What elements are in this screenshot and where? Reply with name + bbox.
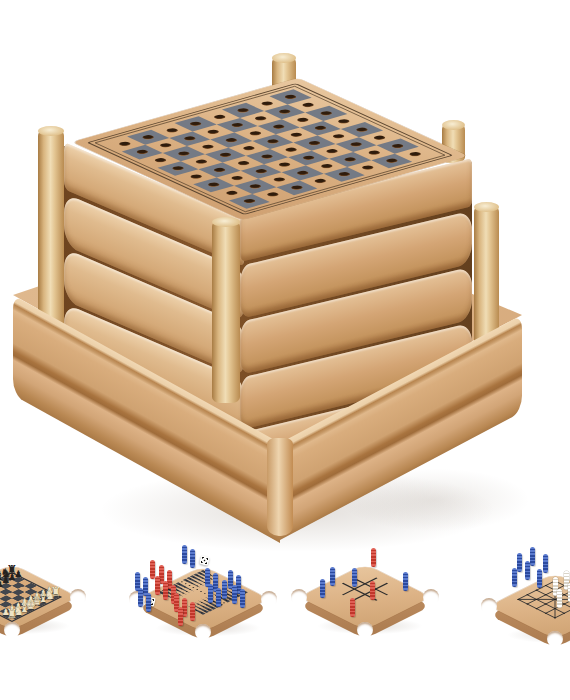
peg-red bbox=[150, 560, 155, 579]
peg-hole bbox=[211, 114, 227, 120]
peg-hole bbox=[170, 166, 186, 172]
tictactoe-pegs-layer bbox=[272, 538, 482, 700]
peg-hole bbox=[360, 165, 376, 171]
peg-hole bbox=[277, 109, 293, 115]
peg-hole bbox=[289, 132, 305, 138]
peg-hole bbox=[206, 182, 222, 188]
peg-hole bbox=[247, 131, 263, 137]
peg-hole bbox=[212, 167, 228, 173]
peg-hole bbox=[271, 124, 287, 130]
peg-hole bbox=[277, 162, 293, 168]
peg-hole bbox=[242, 198, 258, 204]
chess-piece-white-r: ♜ bbox=[7, 608, 18, 620]
peg-hole bbox=[253, 116, 269, 122]
peg-blue bbox=[208, 584, 213, 603]
peg-hole bbox=[229, 122, 245, 128]
peg-hole bbox=[117, 141, 133, 147]
peg-hole bbox=[265, 139, 281, 145]
peg-hole bbox=[182, 136, 198, 142]
peg-blue bbox=[216, 588, 221, 607]
peg-blue bbox=[190, 549, 195, 568]
peg-red bbox=[350, 598, 355, 617]
peg-red bbox=[371, 548, 376, 567]
peg-hole bbox=[188, 121, 204, 127]
thumb-netgame bbox=[465, 542, 570, 700]
peg-hole bbox=[295, 117, 311, 123]
peg-hole bbox=[164, 128, 180, 134]
thumb-tictactoe bbox=[272, 538, 482, 700]
peg-hole bbox=[200, 144, 216, 150]
peg-hole bbox=[354, 127, 370, 133]
peg-blue bbox=[146, 593, 151, 612]
peg-hole bbox=[384, 158, 400, 164]
peg-hole bbox=[366, 150, 382, 156]
peg-red bbox=[163, 581, 168, 600]
peg-blue bbox=[330, 567, 335, 586]
peg-hole bbox=[253, 169, 269, 175]
peg-hole bbox=[265, 192, 281, 198]
peg-hole bbox=[312, 125, 328, 131]
peg-hole bbox=[235, 160, 251, 166]
peg-hole bbox=[318, 110, 334, 116]
peg-hole bbox=[241, 145, 257, 151]
peg-red bbox=[190, 602, 195, 621]
peg-hole bbox=[235, 107, 251, 113]
peg-blue bbox=[232, 585, 237, 604]
peg-hole bbox=[336, 171, 352, 177]
peg-blue bbox=[352, 568, 357, 587]
corner-post-left bbox=[38, 127, 64, 332]
peg-hole bbox=[348, 142, 364, 148]
peg-hole bbox=[301, 155, 317, 161]
peg-hole bbox=[259, 101, 275, 107]
corner-post-front bbox=[212, 218, 240, 403]
peg-hole bbox=[206, 129, 222, 135]
peg-blue bbox=[222, 580, 227, 599]
peg-blue bbox=[138, 588, 143, 607]
peg-hole bbox=[188, 174, 204, 180]
chess-piece-black-p: ♟ bbox=[0, 579, 3, 588]
peg-white bbox=[557, 589, 562, 608]
peg-blue bbox=[240, 589, 245, 608]
peg-red bbox=[370, 581, 375, 600]
peg-hole bbox=[223, 137, 239, 143]
peg-hole bbox=[283, 147, 299, 153]
die bbox=[199, 555, 210, 566]
peg-hole bbox=[313, 178, 329, 184]
peg-hole bbox=[194, 159, 210, 165]
peg-blue bbox=[403, 572, 408, 591]
peg-hole bbox=[408, 151, 424, 157]
peg-hole bbox=[301, 102, 317, 108]
peg-hole bbox=[307, 140, 323, 146]
peg-hole bbox=[289, 185, 305, 191]
peg-hole bbox=[330, 133, 346, 139]
peg-hole bbox=[336, 119, 352, 125]
peg-hole bbox=[295, 170, 311, 176]
peg-hole bbox=[224, 190, 240, 196]
peg-blue bbox=[517, 553, 522, 572]
peg-hole bbox=[176, 151, 192, 157]
peg-blue bbox=[537, 569, 542, 588]
peg-blue bbox=[530, 547, 535, 566]
peg-hole bbox=[218, 152, 234, 158]
peg-hole bbox=[342, 157, 358, 163]
peg-hole bbox=[324, 148, 340, 154]
peg-hole bbox=[319, 163, 335, 169]
netgame-pegs-layer bbox=[465, 542, 570, 700]
peg-blue bbox=[525, 561, 530, 580]
peg-hole bbox=[158, 142, 174, 148]
peg-hole bbox=[390, 143, 406, 149]
peg-hole bbox=[259, 154, 275, 160]
peg-hole bbox=[152, 157, 168, 163]
peg-blue bbox=[512, 568, 517, 587]
peg-hole bbox=[372, 135, 388, 141]
peg-red bbox=[178, 607, 183, 626]
product-photo: ♜♞♝♛♚♝♞♜♟♟♟♟♟♟♟♟♟♟♟♟♟♟♟♟♜♞♝♛♚♝♞♜ bbox=[0, 0, 570, 700]
base-front-corner bbox=[267, 438, 293, 536]
peg-hole bbox=[140, 134, 156, 140]
peg-blue bbox=[543, 554, 548, 573]
peg-hole bbox=[283, 94, 299, 100]
peg-blue bbox=[182, 545, 187, 564]
peg-hole bbox=[247, 183, 263, 189]
peg-red bbox=[155, 576, 160, 595]
peg-blue bbox=[320, 579, 325, 598]
peg-hole bbox=[271, 177, 287, 183]
peg-hole bbox=[230, 175, 246, 181]
peg-hole bbox=[134, 149, 150, 155]
